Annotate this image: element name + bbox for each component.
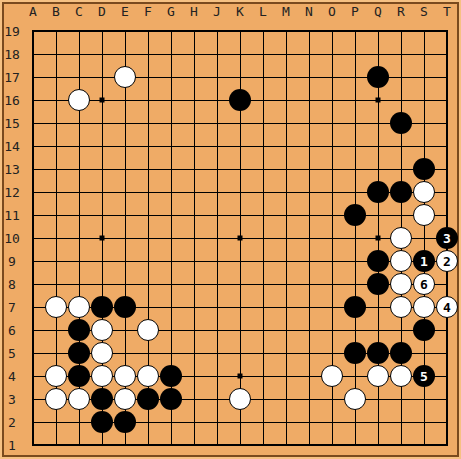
black-stone-r15 [390, 112, 412, 134]
col-label-r: R [397, 5, 405, 18]
go-board[interactable]: ABCDEFGHJKLMNOPQRST191817161514131211109… [0, 0, 461, 459]
star-point-d10 [100, 236, 105, 241]
star-point-d16 [100, 98, 105, 103]
row-label-15: 15 [4, 117, 20, 130]
white-stone-s7 [413, 296, 435, 318]
white-stone-t7: 4 [436, 296, 458, 318]
col-label-e: E [121, 5, 129, 18]
white-stone-s8: 6 [413, 273, 435, 295]
row-label-13: 13 [4, 163, 20, 176]
white-stone-r9 [390, 250, 412, 272]
black-stone-q9 [367, 250, 389, 272]
col-label-c: C [75, 5, 83, 18]
row-label-3: 3 [8, 393, 16, 406]
col-label-g: G [167, 5, 175, 18]
col-label-q: Q [374, 5, 382, 18]
white-stone-b7 [45, 296, 67, 318]
white-stone-c7 [68, 296, 90, 318]
star-point-k4 [238, 374, 243, 379]
white-stone-d5 [91, 342, 113, 364]
col-label-m: M [282, 5, 290, 18]
black-stone-g4 [160, 365, 182, 387]
black-stone-d7 [91, 296, 113, 318]
black-stone-c5 [68, 342, 90, 364]
white-stone-q4 [367, 365, 389, 387]
black-stone-k16 [229, 89, 251, 111]
row-label-4: 4 [8, 370, 16, 383]
white-stone-r8 [390, 273, 412, 295]
white-stone-d6 [91, 319, 113, 341]
black-stone-q12 [367, 181, 389, 203]
row-label-17: 17 [4, 71, 20, 84]
row-label-7: 7 [8, 301, 16, 314]
move-number-1: 1 [420, 255, 428, 268]
white-stone-r7 [390, 296, 412, 318]
star-point-q16 [376, 98, 381, 103]
white-stone-c3 [68, 388, 90, 410]
white-stone-r10 [390, 227, 412, 249]
white-stone-b4 [45, 365, 67, 387]
black-stone-d2 [91, 411, 113, 433]
black-stone-p7 [344, 296, 366, 318]
white-stone-d4 [91, 365, 113, 387]
black-stone-s9: 1 [413, 250, 435, 272]
black-stone-p11 [344, 204, 366, 226]
black-stone-g3 [160, 388, 182, 410]
row-label-10: 10 [4, 232, 20, 245]
black-stone-p5 [344, 342, 366, 364]
black-stone-d3 [91, 388, 113, 410]
white-stone-s11 [413, 204, 435, 226]
white-stone-e3 [114, 388, 136, 410]
grid-line-vertical [286, 31, 287, 445]
row-label-1: 1 [8, 439, 16, 452]
col-label-h: H [190, 5, 198, 18]
white-stone-b3 [45, 388, 67, 410]
move-number-3: 3 [443, 232, 451, 245]
white-stone-e17 [114, 66, 136, 88]
black-stone-e7 [114, 296, 136, 318]
row-label-5: 5 [8, 347, 16, 360]
black-stone-q5 [367, 342, 389, 364]
black-stone-c4 [68, 365, 90, 387]
col-label-s: S [420, 5, 428, 18]
black-stone-t10: 3 [436, 227, 458, 249]
move-number-2: 2 [443, 255, 451, 268]
col-label-a: A [29, 5, 37, 18]
row-label-12: 12 [4, 186, 20, 199]
col-label-p: P [351, 5, 359, 18]
black-stone-q8 [367, 273, 389, 295]
white-stone-p3 [344, 388, 366, 410]
black-stone-s6 [413, 319, 435, 341]
col-label-o: O [328, 5, 336, 18]
black-stone-q17 [367, 66, 389, 88]
move-number-4: 4 [443, 301, 451, 314]
white-stone-f6 [137, 319, 159, 341]
col-label-l: L [259, 5, 267, 18]
col-label-t: T [443, 5, 451, 18]
col-label-d: D [98, 5, 106, 18]
row-label-8: 8 [8, 278, 16, 291]
grid-line-vertical [309, 31, 310, 445]
white-stone-o4 [321, 365, 343, 387]
black-stone-c6 [68, 319, 90, 341]
col-label-n: N [305, 5, 313, 18]
white-stone-r4 [390, 365, 412, 387]
white-stone-t9: 2 [436, 250, 458, 272]
star-point-k10 [238, 236, 243, 241]
black-stone-r5 [390, 342, 412, 364]
col-label-f: F [144, 5, 152, 18]
row-label-18: 18 [4, 48, 20, 61]
move-number-6: 6 [420, 278, 428, 291]
move-number-5: 5 [420, 370, 428, 383]
black-stone-f3 [137, 388, 159, 410]
star-point-q10 [376, 236, 381, 241]
black-stone-r12 [390, 181, 412, 203]
white-stone-f4 [137, 365, 159, 387]
row-label-19: 19 [4, 25, 20, 38]
col-label-k: K [236, 5, 244, 18]
row-label-11: 11 [4, 209, 20, 222]
row-label-16: 16 [4, 94, 20, 107]
black-stone-s13 [413, 158, 435, 180]
white-stone-s12 [413, 181, 435, 203]
row-label-6: 6 [8, 324, 16, 337]
row-label-9: 9 [8, 255, 16, 268]
row-label-2: 2 [8, 416, 16, 429]
row-label-14: 14 [4, 140, 20, 153]
grid-line-vertical [355, 31, 356, 445]
col-label-b: B [52, 5, 60, 18]
white-stone-e4 [114, 365, 136, 387]
black-stone-s4: 5 [413, 365, 435, 387]
black-stone-e2 [114, 411, 136, 433]
col-label-j: J [213, 5, 221, 18]
grid-line-vertical [263, 31, 264, 445]
white-stone-c16 [68, 89, 90, 111]
white-stone-k3 [229, 388, 251, 410]
